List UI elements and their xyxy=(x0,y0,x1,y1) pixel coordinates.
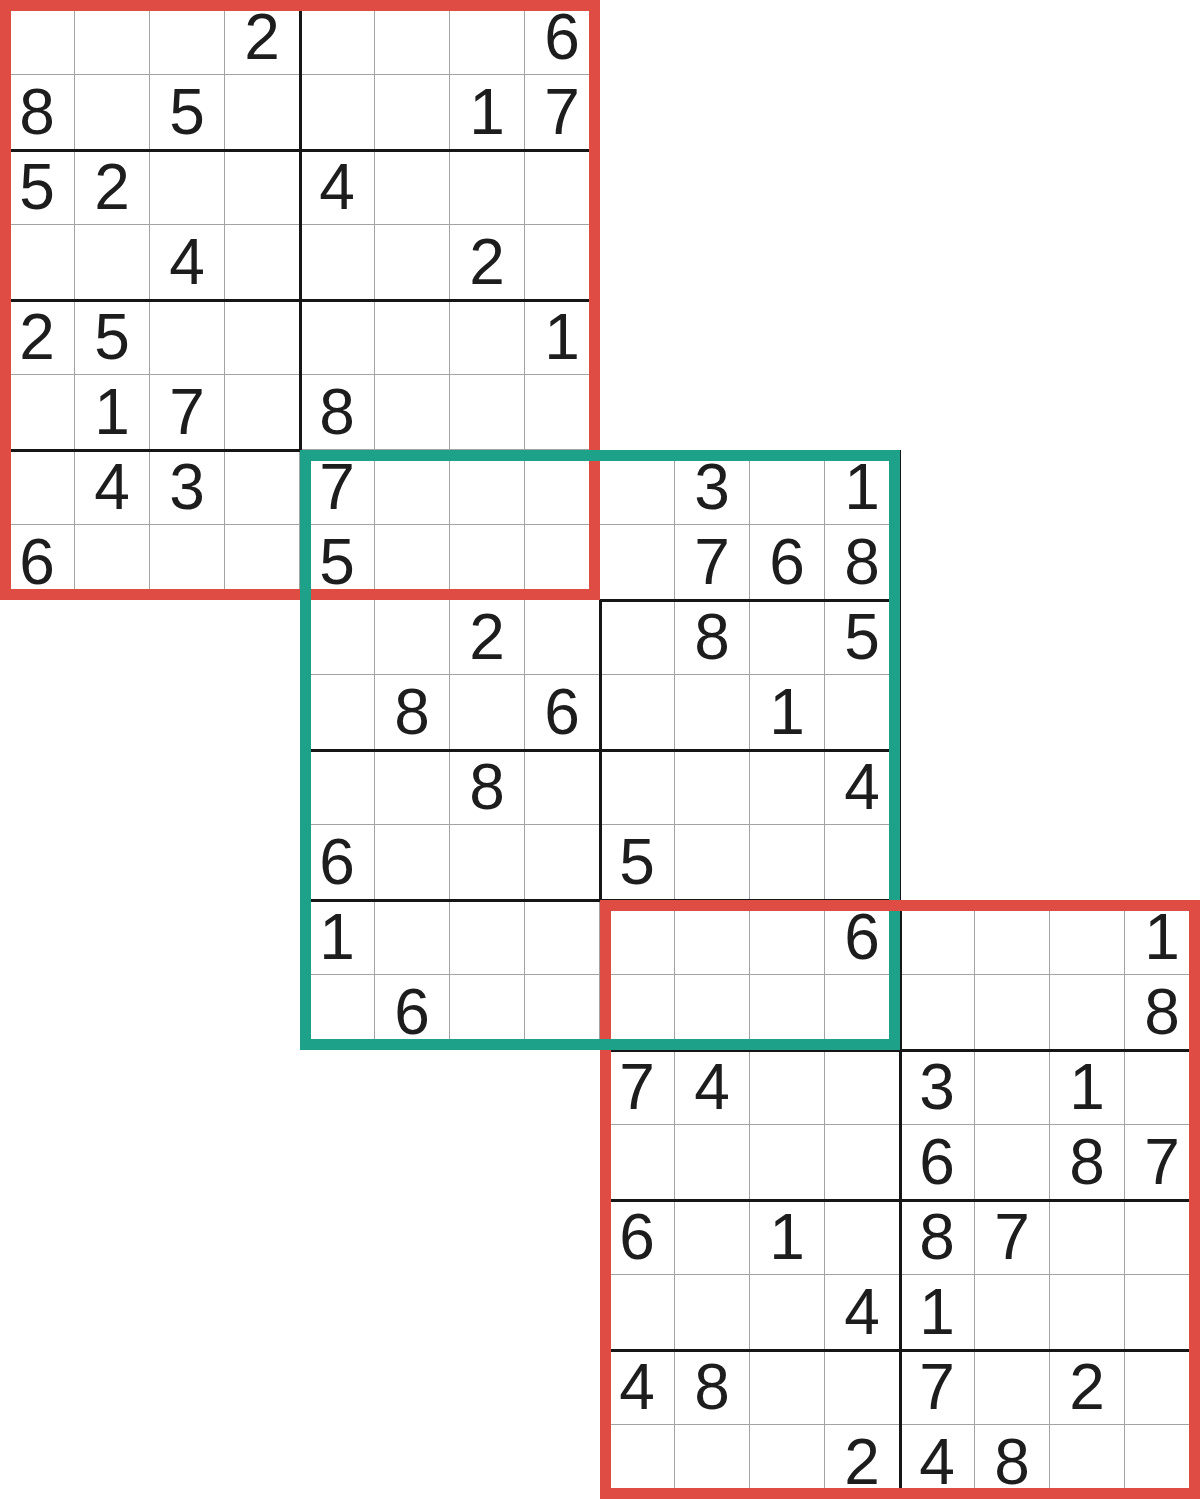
cell-a-r1c7-empty[interactable] xyxy=(450,0,525,75)
cell-b-r6c8-empty[interactable] xyxy=(825,825,900,900)
cell-c-r6c4-given: 4 xyxy=(825,1275,900,1350)
cell-b-r2c3-empty[interactable] xyxy=(450,525,525,600)
cell-c-r6c2-empty[interactable] xyxy=(675,1275,750,1350)
cell-b-r5c3-given: 8 xyxy=(450,750,525,825)
cell-c-r6c1-empty[interactable] xyxy=(600,1275,675,1350)
cell-b-r7c4-empty[interactable] xyxy=(525,900,600,975)
cell-b-r1c5-empty[interactable] xyxy=(600,450,675,525)
cell-b-r7c2-empty[interactable] xyxy=(375,900,450,975)
cell-b-r3c8-given: 5 xyxy=(825,600,900,675)
cell-a-r3c8-empty[interactable] xyxy=(525,150,600,225)
cell-c-r8c4-given: 2 xyxy=(825,1425,900,1499)
cell-c-r1c8-given: 1 xyxy=(1125,900,1200,975)
cell-b-r2c8-given: 8 xyxy=(825,525,900,600)
grid-a-box-line-horizontal-2 xyxy=(0,299,600,302)
cell-a-r1c4-given: 2 xyxy=(225,0,300,75)
grid-a-box-line-horizontal-1 xyxy=(0,149,600,152)
cell-a-r1c3-empty[interactable] xyxy=(150,0,225,75)
cell-a-r2c6-empty[interactable] xyxy=(375,75,450,150)
grid-c-box-line-horizontal-2 xyxy=(600,1199,1200,1202)
cell-b-r4c7-given: 1 xyxy=(750,675,825,750)
cell-c-r3c6-empty[interactable] xyxy=(975,1050,1050,1125)
cell-c-r2c6-empty[interactable] xyxy=(975,975,1050,1050)
cell-b-r3c7-empty[interactable] xyxy=(750,600,825,675)
cell-c-r7c8-empty[interactable] xyxy=(1125,1350,1200,1425)
cell-c-r5c3-given: 1 xyxy=(750,1200,825,1275)
cell-b-r5c8-given: 4 xyxy=(825,750,900,825)
cell-a-r6c8-empty[interactable] xyxy=(525,375,600,450)
cell-a-r5c8-given: 1 xyxy=(525,300,600,375)
cell-a-r5c6-empty[interactable] xyxy=(375,300,450,375)
cell-b-r2c2-empty[interactable] xyxy=(375,525,450,600)
cell-a-r4c3-given: 4 xyxy=(150,225,225,300)
cell-c-r3c2-given: 4 xyxy=(675,1050,750,1125)
grid-b-box-line-horizontal-1 xyxy=(599,599,901,602)
cell-a-r2c7-given: 1 xyxy=(450,75,525,150)
grid-a-box-line-horizontal-3 xyxy=(0,449,301,452)
cell-a-r2c8-given: 7 xyxy=(525,75,600,150)
cell-a-r2c5-empty[interactable] xyxy=(300,75,375,150)
cell-c-r8c2-empty[interactable] xyxy=(675,1425,750,1499)
cell-c-r4c8-given: 7 xyxy=(1125,1125,1200,1200)
cell-b-r3c4-empty[interactable] xyxy=(525,600,600,675)
cell-b-r4c3-empty[interactable] xyxy=(450,675,525,750)
cell-c-r8c8-empty[interactable] xyxy=(1125,1425,1200,1499)
grid-b-border-bottom-overlay xyxy=(300,1039,900,1050)
cell-c-r6c7-empty[interactable] xyxy=(1050,1275,1125,1350)
cell-c-r7c6-empty[interactable] xyxy=(975,1350,1050,1425)
cell-a-r4c1-empty[interactable] xyxy=(0,225,75,300)
cell-c-r4c1-empty[interactable] xyxy=(600,1125,675,1200)
cell-c-r7c5-given: 7 xyxy=(900,1350,975,1425)
cell-b-r2c6-given: 7 xyxy=(675,525,750,600)
cell-c-r3c1-given: 7 xyxy=(600,1050,675,1125)
grid-b-box-line-horizontal-2 xyxy=(300,749,900,752)
cell-c-r3c8-empty[interactable] xyxy=(1125,1050,1200,1125)
cell-c-r1c3-empty[interactable] xyxy=(750,900,825,975)
cell-c-r3c5-given: 3 xyxy=(900,1050,975,1125)
cell-c-r2c8-given: 8 xyxy=(1125,975,1200,1050)
cell-c-r7c2-given: 8 xyxy=(675,1350,750,1425)
cell-c-r6c5-given: 1 xyxy=(900,1275,975,1350)
cell-b-r4c1-empty[interactable] xyxy=(300,675,375,750)
cell-a-r2c2-empty[interactable] xyxy=(75,75,150,150)
cell-c-r1c2-empty[interactable] xyxy=(675,900,750,975)
cell-c-r4c3-empty[interactable] xyxy=(750,1125,825,1200)
cell-a-r2c1-given: 8 xyxy=(0,75,75,150)
cell-b-r6c5-given: 5 xyxy=(600,825,675,900)
cell-c-r4c5-given: 6 xyxy=(900,1125,975,1200)
cell-c-r3c3-empty[interactable] xyxy=(750,1050,825,1125)
cell-a-r2c3-given: 5 xyxy=(150,75,225,150)
cell-b-r5c7-empty[interactable] xyxy=(750,750,825,825)
cell-b-r4c2-given: 8 xyxy=(375,675,450,750)
cell-b-r7c3-empty[interactable] xyxy=(450,900,525,975)
cell-c-r5c2-empty[interactable] xyxy=(675,1200,750,1275)
cell-c-r8c3-empty[interactable] xyxy=(750,1425,825,1499)
cell-a-r6c1-empty[interactable] xyxy=(0,375,75,450)
cell-b-r2c1-given: 5 xyxy=(300,525,375,600)
cell-a-r5c3-empty[interactable] xyxy=(150,300,225,375)
cell-b-r3c1-empty[interactable] xyxy=(300,600,375,675)
cell-c-r4c7-given: 8 xyxy=(1050,1125,1125,1200)
cell-a-r3c1-given: 5 xyxy=(0,150,75,225)
cell-b-r2c4-empty[interactable] xyxy=(525,525,600,600)
cell-b-r6c4-empty[interactable] xyxy=(525,825,600,900)
cell-b-r4c4-given: 6 xyxy=(525,675,600,750)
cell-c-r2c5-empty[interactable] xyxy=(900,975,975,1050)
cell-c-r7c4-empty[interactable] xyxy=(825,1350,900,1425)
cell-a-r3c4-empty[interactable] xyxy=(225,150,300,225)
cell-a-r5c5-empty[interactable] xyxy=(300,300,375,375)
cell-c-r5c4-empty[interactable] xyxy=(825,1200,900,1275)
cell-a-r5c7-empty[interactable] xyxy=(450,300,525,375)
cell-c-r1c5-empty[interactable] xyxy=(900,900,975,975)
cell-c-r3c7-given: 1 xyxy=(1050,1050,1125,1125)
cell-a-r6c2-given: 1 xyxy=(75,375,150,450)
grid-c-box-line-horizontal-3 xyxy=(600,1349,1200,1352)
cell-b-r3c5-empty[interactable] xyxy=(600,600,675,675)
cell-a-r4c4-empty[interactable] xyxy=(225,225,300,300)
cell-a-r4c7-given: 2 xyxy=(450,225,525,300)
cell-b-r6c7-empty[interactable] xyxy=(750,825,825,900)
cell-a-r4c2-empty[interactable] xyxy=(75,225,150,300)
cell-c-r4c2-empty[interactable] xyxy=(675,1125,750,1200)
cell-a-r5c2-given: 5 xyxy=(75,300,150,375)
cell-b-r1c6-given: 3 xyxy=(675,450,750,525)
cell-c-r8c7-empty[interactable] xyxy=(1050,1425,1125,1499)
cell-b-r5c4-empty[interactable] xyxy=(525,750,600,825)
cell-c-r1c7-empty[interactable] xyxy=(1050,900,1125,975)
cell-a-r1c8-given: 6 xyxy=(525,0,600,75)
cell-a-r8c3-empty[interactable] xyxy=(150,525,225,600)
puzzle-board: 2685175244225117843765 73157682858618465… xyxy=(0,0,1200,1499)
cell-c-r2c7-empty[interactable] xyxy=(1050,975,1125,1050)
cell-c-r5c8-empty[interactable] xyxy=(1125,1200,1200,1275)
cell-c-r7c1-given: 4 xyxy=(600,1350,675,1425)
cell-b-r2c7-given: 6 xyxy=(750,525,825,600)
cell-a-r5c4-empty[interactable] xyxy=(225,300,300,375)
cell-c-r6c6-empty[interactable] xyxy=(975,1275,1050,1350)
cell-b-r6c2-empty[interactable] xyxy=(375,825,450,900)
cell-a-r4c8-empty[interactable] xyxy=(525,225,600,300)
cell-c-r1c1-empty[interactable] xyxy=(600,900,675,975)
cell-a-r6c4-empty[interactable] xyxy=(225,375,300,450)
cell-b-r1c8-given: 1 xyxy=(825,450,900,525)
cell-a-r3c2-given: 2 xyxy=(75,150,150,225)
cell-a-r7c1-empty[interactable] xyxy=(0,450,75,525)
cell-b-r3c6-given: 8 xyxy=(675,600,750,675)
cell-a-r3c5-given: 4 xyxy=(300,150,375,225)
cell-b-r2c5-empty[interactable] xyxy=(600,525,675,600)
cell-b-r1c1-given: 7 xyxy=(300,450,375,525)
cell-b-r5c2-empty[interactable] xyxy=(375,750,450,825)
cell-a-r1c6-empty[interactable] xyxy=(375,0,450,75)
cell-a-r2c4-empty[interactable] xyxy=(225,75,300,150)
cell-a-r3c3-empty[interactable] xyxy=(150,150,225,225)
cell-a-r4c5-empty[interactable] xyxy=(300,225,375,300)
cell-c-r1c4-given: 6 xyxy=(825,900,900,975)
cell-a-r1c2-empty[interactable] xyxy=(75,0,150,75)
cell-a-r1c1-empty[interactable] xyxy=(0,0,75,75)
cell-b-r3c2-empty[interactable] xyxy=(375,600,450,675)
cell-c-r4c6-empty[interactable] xyxy=(975,1125,1050,1200)
cell-c-r5c5-given: 8 xyxy=(900,1200,975,1275)
cell-b-r4c8-empty[interactable] xyxy=(825,675,900,750)
cell-b-r5c1-empty[interactable] xyxy=(300,750,375,825)
cell-a-r6c5-given: 8 xyxy=(300,375,375,450)
cell-b-r4c6-empty[interactable] xyxy=(675,675,750,750)
grid-a-box-line-vertical xyxy=(299,0,302,451)
cell-a-r7c3-given: 3 xyxy=(150,450,225,525)
cell-b-r6c6-empty[interactable] xyxy=(675,825,750,900)
cell-a-r5c1-given: 2 xyxy=(0,300,75,375)
cell-b-r3c3-given: 2 xyxy=(450,600,525,675)
cell-c-r4c4-empty[interactable] xyxy=(825,1125,900,1200)
cell-c-r5c6-given: 7 xyxy=(975,1200,1050,1275)
cell-a-r3c7-empty[interactable] xyxy=(450,150,525,225)
cell-a-r1c5-empty[interactable] xyxy=(300,0,375,75)
cell-b-r4c5-empty[interactable] xyxy=(600,675,675,750)
cell-a-r6c3-given: 7 xyxy=(150,375,225,450)
cell-b-r6c1-given: 6 xyxy=(300,825,375,900)
cell-a-r7c2-given: 4 xyxy=(75,450,150,525)
cell-a-r4c6-empty[interactable] xyxy=(375,225,450,300)
cell-c-r8c5-given: 4 xyxy=(900,1425,975,1499)
cell-b-r1c7-empty[interactable] xyxy=(750,450,825,525)
cell-c-r3c4-empty[interactable] xyxy=(825,1050,900,1125)
cell-a-r8c4-empty[interactable] xyxy=(225,525,300,600)
cell-b-r7c1-given: 1 xyxy=(300,900,375,975)
cell-c-r7c7-given: 2 xyxy=(1050,1350,1125,1425)
cell-a-r3c6-empty[interactable] xyxy=(375,150,450,225)
cell-c-r6c3-empty[interactable] xyxy=(750,1275,825,1350)
cell-b-r1c4-empty[interactable] xyxy=(525,450,600,525)
cell-a-r8c1-given: 6 xyxy=(0,525,75,600)
cell-c-r6c8-empty[interactable] xyxy=(1125,1275,1200,1350)
cell-b-r5c5-empty[interactable] xyxy=(600,750,675,825)
cell-b-r1c3-empty[interactable] xyxy=(450,450,525,525)
cell-b-r1c2-empty[interactable] xyxy=(375,450,450,525)
cell-c-r7c3-empty[interactable] xyxy=(750,1350,825,1425)
grid-b-box-line-horizontal-3 xyxy=(300,899,900,902)
cell-c-r8c1-empty[interactable] xyxy=(600,1425,675,1499)
cell-c-r8c6-given: 8 xyxy=(975,1425,1050,1499)
grid-b-right-edge-line xyxy=(899,450,901,1050)
cell-a-r7c4-empty[interactable] xyxy=(225,450,300,525)
cell-a-r8c2-empty[interactable] xyxy=(75,525,150,600)
cell-c-r5c1-given: 6 xyxy=(600,1200,675,1275)
cell-c-r5c7-empty[interactable] xyxy=(1050,1200,1125,1275)
cell-a-r6c6-empty[interactable] xyxy=(375,375,450,450)
cell-b-r6c3-empty[interactable] xyxy=(450,825,525,900)
cell-c-r1c6-empty[interactable] xyxy=(975,900,1050,975)
cell-b-r5c6-empty[interactable] xyxy=(675,750,750,825)
cell-a-r6c7-empty[interactable] xyxy=(450,375,525,450)
